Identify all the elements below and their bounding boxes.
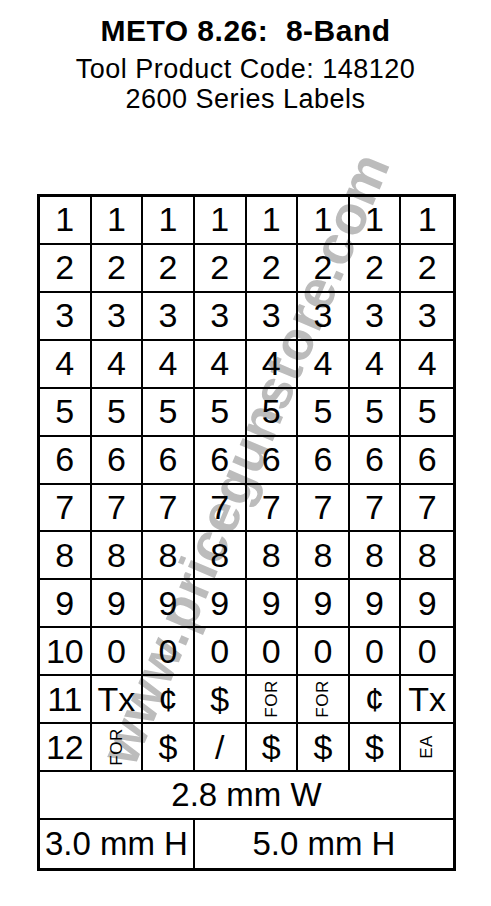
band-cell-r7-c3: 7	[143, 485, 195, 533]
band-cell-text: 8	[313, 536, 332, 575]
band-cell-r4-c7: 4	[350, 341, 402, 389]
band-cell-r10-c7: 0	[350, 628, 402, 676]
band-cell-text: Tx	[408, 680, 446, 719]
band-cell-text: 2	[418, 248, 437, 287]
band-cell-r4-c3: 4	[143, 341, 195, 389]
band-cell-r4-c6: 4	[298, 341, 350, 389]
band-cell-r5-c2: 5	[92, 389, 144, 437]
band-cell-text: 11	[47, 680, 82, 719]
band-cell-text: 2	[55, 248, 74, 287]
band-cell-r1-c6: 1	[298, 197, 350, 245]
band-cell-text: 6	[313, 440, 332, 479]
band-cell-text: Tx	[98, 680, 136, 719]
band-cell-text: 3	[159, 296, 178, 335]
band-cell-text: 1	[365, 200, 384, 239]
band-cell-text: 2	[262, 248, 281, 287]
band-cell-text: 1	[313, 200, 332, 239]
band-cell-text: 0	[365, 632, 384, 671]
band-cell-r2-c4: 2	[195, 245, 247, 293]
band-cell-text: 8	[365, 536, 384, 575]
band-cell-r9-c6: 9	[298, 580, 350, 628]
band-cell-text: 4	[262, 344, 281, 383]
band-cell-text: 4	[210, 344, 229, 383]
band-cell-r8-c7: 8	[350, 532, 402, 580]
band-cell-r5-c1: 5	[40, 389, 92, 437]
band-cell-text: 6	[107, 440, 126, 479]
band-cell-text: $	[365, 728, 384, 767]
band-cell-r10-c8: 0	[401, 628, 453, 676]
band-cell-r8-c2: 8	[92, 532, 144, 580]
band-cell-text: 0	[210, 632, 229, 671]
band-cell-r1-c2: 1	[92, 197, 144, 245]
band-cell-r3-c2: 3	[92, 293, 144, 341]
band-cell-text: /	[215, 728, 224, 767]
band-cell-text: 7	[262, 488, 281, 527]
band-cell-r5-c3: 5	[143, 389, 195, 437]
band-cell-text: 4	[418, 344, 437, 383]
band-cell-text: 5	[313, 392, 332, 431]
band-cell-r10-c6: 0	[298, 628, 350, 676]
band-cell-text: 7	[365, 488, 384, 527]
band-cell-text: 8	[210, 536, 229, 575]
band-cell-r3-c7: 3	[350, 293, 402, 341]
band-cell-r2-c2: 2	[92, 245, 144, 293]
band-cell-text: 2	[365, 248, 384, 287]
band-cell-r11-c3: ¢	[143, 676, 195, 724]
band-cell-r5-c4: 5	[195, 389, 247, 437]
band-cell-text: 7	[418, 488, 437, 527]
band-cell-text: 0	[159, 632, 178, 671]
band-cell-text: 2	[159, 248, 178, 287]
band-cell-r1-c8: 1	[401, 197, 453, 245]
band-cell-r12-c8: EA	[401, 724, 453, 772]
band-cell-r4-c5: 4	[247, 341, 299, 389]
band-cell-text: 12	[46, 728, 84, 767]
band-cell-r6-c5: 6	[247, 437, 299, 485]
band-cell-text: 9	[365, 584, 384, 623]
band-cell-text: 9	[107, 584, 126, 623]
band-cell-r5-c5: 5	[247, 389, 299, 437]
band-cell-r8-c6: 8	[298, 532, 350, 580]
band-cell-r2-c6: 2	[298, 245, 350, 293]
band-cell-text: 8	[107, 536, 126, 575]
band-cell-r1-c4: 1	[195, 197, 247, 245]
band-cell-r8-c8: 8	[401, 532, 453, 580]
band-cell-r3-c5: 3	[247, 293, 299, 341]
band-cell-r5-c8: 5	[401, 389, 453, 437]
band-cell-text: 3	[262, 296, 281, 335]
band-cell-r8-c3: 8	[143, 532, 195, 580]
page-title: METO 8.26: 8-Band	[0, 14, 491, 48]
band-cell-text: 7	[210, 488, 229, 527]
band-cell-r12-c1: 12	[40, 724, 92, 772]
band-cell-text: 7	[313, 488, 332, 527]
band-cell-text: 6	[55, 440, 74, 479]
band-cell-r8-c1: 8	[40, 532, 92, 580]
band-cell-text: 1	[55, 200, 74, 239]
band-cell-r9-c1: 9	[40, 580, 92, 628]
band-cell-r6-c3: 6	[143, 437, 195, 485]
band-cell-r11-c7: ¢	[350, 676, 402, 724]
band-cell-r10-c2: 0	[92, 628, 144, 676]
band-cell-r6-c8: 6	[401, 437, 453, 485]
band-cell-r12-c7: $	[350, 724, 402, 772]
band-cell-text: 0	[418, 632, 437, 671]
band-cell-text: 3	[418, 296, 437, 335]
band-cell-text: 5	[210, 392, 229, 431]
band-cell-text: $	[159, 728, 178, 767]
band-cell-r12-c3: $	[143, 724, 195, 772]
band-cell-r3-c1: 3	[40, 293, 92, 341]
band-cell-text: 1	[262, 200, 281, 239]
band-cell-r12-c4: /	[195, 724, 247, 772]
band-cell-r6-c1: 6	[40, 437, 92, 485]
band-cell-r4-c2: 4	[92, 341, 144, 389]
band-cell-r2-c8: 2	[401, 245, 453, 293]
band-cell-text: 6	[262, 440, 281, 479]
band-cell-text: 7	[107, 488, 126, 527]
band-cell-r9-c7: 9	[350, 580, 402, 628]
band-cell-r9-c5: 9	[247, 580, 299, 628]
band-cell-r5-c7: 5	[350, 389, 402, 437]
tool-product-code: Tool Product Code: 148120	[0, 54, 491, 84]
band-cell-r11-c8: Tx	[401, 676, 453, 724]
band-cell-r6-c7: 6	[350, 437, 402, 485]
band-cell-text: 9	[159, 584, 178, 623]
band-cell-r7-c1: 7	[40, 485, 92, 533]
band-cell-r3-c3: 3	[143, 293, 195, 341]
band-cell-r1-c7: 1	[350, 197, 402, 245]
band-cell-r7-c5: 7	[247, 485, 299, 533]
band-cell-text: 4	[55, 344, 74, 383]
page: METO 8.26: 8-Band Tool Product Code: 148…	[0, 0, 491, 906]
band-cell-text: 7	[55, 488, 74, 527]
band-cell-r12-c6: $	[298, 724, 350, 772]
band-cell-text: 4	[107, 344, 126, 383]
band-cell-text: 3	[365, 296, 384, 335]
band-cell-text: 5	[107, 392, 126, 431]
band-cell-text: $	[262, 728, 281, 767]
band-cell-text: 2	[107, 248, 126, 287]
band-cell-text: $	[313, 728, 332, 767]
band-cell-text: 8	[55, 536, 74, 575]
band-cell-r10-c4: 0	[195, 628, 247, 676]
band-cell-r11-c5: FOR	[247, 676, 299, 724]
label-height-3mm: 3.0 mm H	[40, 820, 195, 868]
band-cell-text: 1	[210, 200, 229, 239]
band-cell-text: 5	[55, 392, 74, 431]
band-cell-r8-c5: 8	[247, 532, 299, 580]
band-cell-r5-c6: 5	[298, 389, 350, 437]
band-cell-text: 6	[159, 440, 178, 479]
band-cell-text: ¢	[365, 680, 384, 719]
band-cell-r11-c2: Tx	[92, 676, 144, 724]
band-cell-text: FOR	[106, 728, 126, 765]
band-cell-r7-c4: 7	[195, 485, 247, 533]
band-cell-text: 3	[107, 296, 126, 335]
band-cell-text: 6	[210, 440, 229, 479]
label-width: 2.8 mm W	[40, 772, 453, 820]
band-cell-r12-c5: $	[247, 724, 299, 772]
band-cell-r12-c2: FOR	[92, 724, 144, 772]
band-cell-r7-c6: 7	[298, 485, 350, 533]
band-cell-r10-c5: 0	[247, 628, 299, 676]
header: METO 8.26: 8-Band Tool Product Code: 148…	[0, 14, 491, 114]
band-cell-text: 3	[313, 296, 332, 335]
band-cell-text: 6	[365, 440, 384, 479]
band-cell-text: 2	[210, 248, 229, 287]
band-cell-r7-c2: 7	[92, 485, 144, 533]
band-cell-r9-c4: 9	[195, 580, 247, 628]
band-cell-r2-c7: 2	[350, 245, 402, 293]
band-cell-text: 5	[365, 392, 384, 431]
band-cell-text: 8	[159, 536, 178, 575]
band-cell-r9-c2: 9	[92, 580, 144, 628]
band-cell-r2-c3: 2	[143, 245, 195, 293]
band-cell-text: 0	[262, 632, 281, 671]
band-cell-r9-c3: 9	[143, 580, 195, 628]
band-cell-r11-c1: 11	[40, 676, 92, 724]
band-cell-text: 1	[418, 200, 437, 239]
band-cell-text: 9	[55, 584, 74, 623]
band-cell-r2-c1: 2	[40, 245, 92, 293]
band-cell-text: 0	[107, 632, 126, 671]
band-cell-r8-c4: 8	[195, 532, 247, 580]
band-cell-r6-c4: 6	[195, 437, 247, 485]
band-cell-r11-c4: $	[195, 676, 247, 724]
band-cell-text: 4	[313, 344, 332, 383]
label-height-5mm: 5.0 mm H	[195, 820, 453, 868]
band-cell-text: 1	[107, 200, 126, 239]
band-cell-text: 9	[418, 584, 437, 623]
band-cell-r3-c4: 3	[195, 293, 247, 341]
band-cell-text: 4	[159, 344, 178, 383]
band-cell-r6-c6: 6	[298, 437, 350, 485]
band-cell-text: 8	[418, 536, 437, 575]
band-table: 2.8 mm W 3.0 mm H 5.0 mm H 1111111122222…	[37, 194, 456, 871]
band-cell-text: FOR	[261, 681, 281, 718]
band-cell-text: 10	[46, 632, 84, 671]
band-cell-text: 9	[313, 584, 332, 623]
band-cell-r3-c6: 3	[298, 293, 350, 341]
band-cell-r11-c6: FOR	[298, 676, 350, 724]
band-cell-r10-c3: 0	[143, 628, 195, 676]
band-cell-r10-c1: 10	[40, 628, 92, 676]
band-cell-text: 1	[159, 200, 178, 239]
band-cell-text: 5	[418, 392, 437, 431]
band-cell-r7-c8: 7	[401, 485, 453, 533]
band-cell-r4-c8: 4	[401, 341, 453, 389]
band-cell-r1-c5: 1	[247, 197, 299, 245]
band-cell-text: EA	[417, 735, 437, 759]
band-cell-r1-c1: 1	[40, 197, 92, 245]
band-cell-r6-c2: 6	[92, 437, 144, 485]
band-cell-text: 8	[262, 536, 281, 575]
band-cell-text: 3	[210, 296, 229, 335]
band-cell-text: 2	[313, 248, 332, 287]
series-label: 2600 Series Labels	[0, 84, 491, 114]
band-cell-text: 3	[55, 296, 74, 335]
band-cell-r4-c4: 4	[195, 341, 247, 389]
band-cell-text: 0	[313, 632, 332, 671]
band-cell-r7-c7: 7	[350, 485, 402, 533]
band-cell-r4-c1: 4	[40, 341, 92, 389]
band-cell-r9-c8: 9	[401, 580, 453, 628]
band-cell-text: 6	[418, 440, 437, 479]
band-cell-text: 9	[210, 584, 229, 623]
band-cell-text: 7	[159, 488, 178, 527]
band-cell-text: 9	[262, 584, 281, 623]
band-cell-r3-c8: 3	[401, 293, 453, 341]
band-cell-text: 4	[365, 344, 384, 383]
band-cell-r1-c3: 1	[143, 197, 195, 245]
band-cell-text: 5	[159, 392, 178, 431]
band-cell-text: $	[210, 680, 229, 719]
band-cell-text: ¢	[159, 680, 178, 719]
band-cell-text: 5	[262, 392, 281, 431]
band-cell-text: FOR	[313, 681, 333, 718]
band-cell-r2-c5: 2	[247, 245, 299, 293]
